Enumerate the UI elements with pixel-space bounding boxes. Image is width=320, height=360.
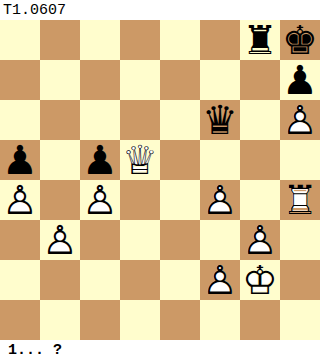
piece-black-king-h8[interactable]: ♚ bbox=[282, 20, 318, 60]
piece-white-pawn-c4[interactable]: ♟♙ bbox=[82, 180, 118, 220]
piece-outline: ♙ bbox=[82, 180, 118, 220]
square-h2[interactable] bbox=[280, 260, 320, 300]
piece-glyph: ♟ bbox=[2, 140, 38, 180]
square-h1[interactable] bbox=[280, 300, 320, 340]
move-prompt: 1... ? bbox=[8, 342, 62, 359]
square-g3[interactable]: ♟♙ bbox=[240, 220, 280, 260]
square-b6[interactable] bbox=[40, 100, 80, 140]
square-f3[interactable] bbox=[200, 220, 240, 260]
square-e3[interactable] bbox=[160, 220, 200, 260]
square-c7[interactable] bbox=[80, 60, 120, 100]
square-f4[interactable]: ♟♙ bbox=[200, 180, 240, 220]
square-e8[interactable] bbox=[160, 20, 200, 60]
header-bar: T1.0607 bbox=[0, 0, 320, 20]
square-b8[interactable] bbox=[40, 20, 80, 60]
square-d2[interactable] bbox=[120, 260, 160, 300]
piece-black-pawn-a5[interactable]: ♟ bbox=[2, 140, 38, 180]
square-d5[interactable]: ♛♕ bbox=[120, 140, 160, 180]
square-e2[interactable] bbox=[160, 260, 200, 300]
piece-white-pawn-h6[interactable]: ♟♙ bbox=[282, 100, 318, 140]
square-g1[interactable] bbox=[240, 300, 280, 340]
square-h7[interactable]: ♟ bbox=[280, 60, 320, 100]
square-f7[interactable] bbox=[200, 60, 240, 100]
piece-white-queen-d5[interactable]: ♛♕ bbox=[122, 140, 158, 180]
square-a4[interactable]: ♟♙ bbox=[0, 180, 40, 220]
square-c8[interactable] bbox=[80, 20, 120, 60]
piece-glyph: ♛ bbox=[202, 100, 238, 140]
square-h4[interactable]: ♜♖ bbox=[280, 180, 320, 220]
square-g5[interactable] bbox=[240, 140, 280, 180]
square-g8[interactable]: ♜ bbox=[240, 20, 280, 60]
square-a5[interactable]: ♟ bbox=[0, 140, 40, 180]
square-f2[interactable]: ♟♙ bbox=[200, 260, 240, 300]
square-e7[interactable] bbox=[160, 60, 200, 100]
piece-black-pawn-c5[interactable]: ♟ bbox=[82, 140, 118, 180]
square-c5[interactable]: ♟ bbox=[80, 140, 120, 180]
puzzle-id: T1.0607 bbox=[3, 2, 66, 19]
square-b2[interactable] bbox=[40, 260, 80, 300]
square-d8[interactable] bbox=[120, 20, 160, 60]
square-b4[interactable] bbox=[40, 180, 80, 220]
piece-outline: ♙ bbox=[282, 100, 318, 140]
piece-glyph: ♟ bbox=[82, 140, 118, 180]
piece-white-pawn-f2[interactable]: ♟♙ bbox=[202, 260, 238, 300]
square-a3[interactable] bbox=[0, 220, 40, 260]
footer-bar: 1... ? bbox=[0, 340, 320, 360]
piece-outline: ♙ bbox=[202, 180, 238, 220]
square-d4[interactable] bbox=[120, 180, 160, 220]
square-h6[interactable]: ♟♙ bbox=[280, 100, 320, 140]
piece-black-queen-f6[interactable]: ♛ bbox=[202, 100, 238, 140]
square-g4[interactable] bbox=[240, 180, 280, 220]
square-d1[interactable] bbox=[120, 300, 160, 340]
square-d6[interactable] bbox=[120, 100, 160, 140]
piece-white-pawn-b3[interactable]: ♟♙ bbox=[42, 220, 78, 260]
square-g6[interactable] bbox=[240, 100, 280, 140]
square-f1[interactable] bbox=[200, 300, 240, 340]
square-c1[interactable] bbox=[80, 300, 120, 340]
piece-glyph: ♚ bbox=[282, 20, 318, 60]
square-b1[interactable] bbox=[40, 300, 80, 340]
piece-outline: ♙ bbox=[202, 260, 238, 300]
piece-white-pawn-a4[interactable]: ♟♙ bbox=[2, 180, 38, 220]
piece-white-rook-h4[interactable]: ♜♖ bbox=[282, 180, 318, 220]
piece-white-pawn-g3[interactable]: ♟♙ bbox=[242, 220, 278, 260]
square-c2[interactable] bbox=[80, 260, 120, 300]
piece-outline: ♙ bbox=[2, 180, 38, 220]
square-e4[interactable] bbox=[160, 180, 200, 220]
square-f6[interactable]: ♛ bbox=[200, 100, 240, 140]
square-c3[interactable] bbox=[80, 220, 120, 260]
square-c4[interactable]: ♟♙ bbox=[80, 180, 120, 220]
piece-glyph: ♜ bbox=[242, 20, 278, 60]
piece-outline: ♙ bbox=[242, 220, 278, 260]
square-a7[interactable] bbox=[0, 60, 40, 100]
square-d3[interactable] bbox=[120, 220, 160, 260]
square-e6[interactable] bbox=[160, 100, 200, 140]
piece-outline: ♙ bbox=[42, 220, 78, 260]
square-h5[interactable] bbox=[280, 140, 320, 180]
square-g7[interactable] bbox=[240, 60, 280, 100]
square-a1[interactable] bbox=[0, 300, 40, 340]
square-e5[interactable] bbox=[160, 140, 200, 180]
square-g2[interactable]: ♚♔ bbox=[240, 260, 280, 300]
square-h8[interactable]: ♚ bbox=[280, 20, 320, 60]
square-e1[interactable] bbox=[160, 300, 200, 340]
square-b7[interactable] bbox=[40, 60, 80, 100]
square-a2[interactable] bbox=[0, 260, 40, 300]
square-f5[interactable] bbox=[200, 140, 240, 180]
square-h3[interactable] bbox=[280, 220, 320, 260]
square-c6[interactable] bbox=[80, 100, 120, 140]
piece-black-pawn-h7[interactable]: ♟ bbox=[282, 60, 318, 100]
square-a8[interactable] bbox=[0, 20, 40, 60]
piece-white-king-g2[interactable]: ♚♔ bbox=[242, 260, 278, 300]
chess-board: ♜♚♟♛♟♙♟♟♛♕♟♙♟♙♟♙♜♖♟♙♟♙♟♙♚♔ bbox=[0, 20, 320, 340]
square-f8[interactable] bbox=[200, 20, 240, 60]
square-d7[interactable] bbox=[120, 60, 160, 100]
piece-outline: ♔ bbox=[242, 260, 278, 300]
piece-glyph: ♟ bbox=[282, 60, 318, 100]
piece-outline: ♖ bbox=[282, 180, 318, 220]
piece-black-rook-g8[interactable]: ♜ bbox=[242, 20, 278, 60]
square-a6[interactable] bbox=[0, 100, 40, 140]
piece-outline: ♕ bbox=[122, 140, 158, 180]
piece-white-pawn-f4[interactable]: ♟♙ bbox=[202, 180, 238, 220]
square-b3[interactable]: ♟♙ bbox=[40, 220, 80, 260]
square-b5[interactable] bbox=[40, 140, 80, 180]
